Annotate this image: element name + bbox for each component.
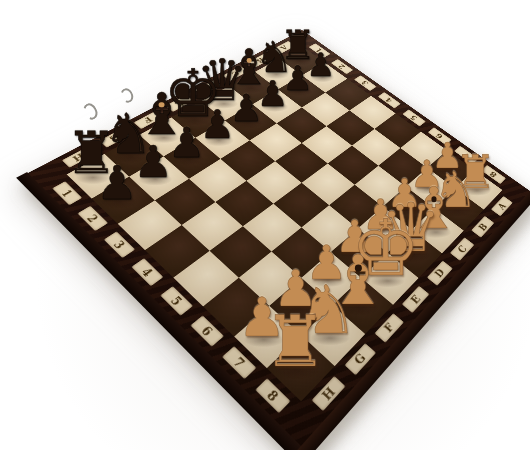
piece-black-pawn-f2[interactable]: ♟: [168, 122, 205, 164]
bishop-finial: [159, 102, 165, 108]
pieces-layer: ♜♞♟♝♟♛♟♚♟♝♟♞♟♟♜♟♟♜♟♟♞♟♝♟♛♚♟♝♟♞♟♜: [0, 0, 530, 450]
piece-black-pawn-h2[interactable]: ♟: [96, 160, 138, 207]
photo-scene: 11AA22BB33CC44DD55EE66FF77GG88HH ♜♞♟♝♟♛♟…: [0, 0, 530, 450]
piece-black-pawn-g2[interactable]: ♟: [133, 140, 172, 184]
piece-white-rook-h8[interactable]: ♜: [263, 307, 327, 378]
